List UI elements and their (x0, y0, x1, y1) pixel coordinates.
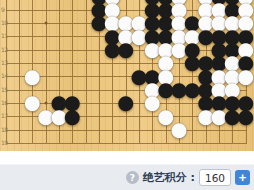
score-value-box: 160 (199, 169, 231, 186)
row-coordinate-label: 12 (1, 47, 8, 53)
go-board[interactable]: 910111213141516171819●●●●●●●●●●●●●●●●●●●… (0, 0, 254, 151)
grid-line-vertical (72, 0, 73, 143)
grid-line-horizontal (6, 103, 247, 104)
grid-line-vertical (86, 0, 87, 143)
grid-line-vertical (219, 0, 220, 143)
grid-line-horizontal (6, 143, 247, 144)
row-coordinate-label: 19 (1, 140, 8, 146)
grid-line-vertical (19, 0, 20, 143)
grid-line-vertical (139, 0, 140, 143)
grid-line-horizontal (6, 90, 247, 91)
grid-line-horizontal (6, 23, 247, 24)
star-point (44, 102, 47, 105)
grid-line-vertical (126, 0, 127, 143)
row-coordinate-label: 9 (1, 7, 4, 13)
grid-line-vertical (32, 0, 33, 143)
row-coordinate-label: 18 (1, 127, 8, 133)
score-label: 绝艺积分 : (143, 170, 195, 185)
grid-line-horizontal (6, 116, 247, 117)
row-coordinate-label: 10 (1, 20, 8, 26)
grid-line-vertical (152, 0, 153, 143)
grid-line-horizontal (6, 76, 247, 77)
grid-line-horizontal (6, 63, 247, 64)
row-coordinate-label: 11 (1, 33, 8, 39)
board-bar-gap (0, 151, 254, 164)
grid-line-vertical (179, 0, 180, 143)
grid-line-horizontal (6, 130, 247, 131)
grid-line-vertical (166, 0, 167, 143)
row-coordinate-label: 16 (1, 100, 8, 106)
grid-line-vertical (232, 0, 233, 143)
row-coordinate-label: 15 (1, 87, 8, 93)
grid-line-horizontal (6, 10, 247, 11)
row-coordinate-label: 14 (1, 73, 8, 79)
grid-line-horizontal (6, 36, 247, 37)
grid-line-vertical (246, 0, 247, 143)
grid-line-vertical (206, 0, 207, 143)
score-bar: ? 绝艺积分 : 160 + (0, 164, 254, 190)
grid-line-vertical (192, 0, 193, 143)
row-coordinate-label: 17 (1, 113, 8, 119)
help-icon[interactable]: ? (126, 171, 139, 184)
row-coordinate-label: 13 (1, 60, 8, 66)
star-point (44, 22, 47, 25)
go-app-screen: 910111213141516171819●●●●●●●●●●●●●●●●●●●… (0, 0, 254, 190)
grid-line-vertical (59, 0, 60, 143)
grid-line-vertical (99, 0, 100, 143)
grid-line-vertical (112, 0, 113, 143)
grid-line-horizontal (6, 50, 247, 51)
add-points-button[interactable]: + (235, 170, 250, 185)
